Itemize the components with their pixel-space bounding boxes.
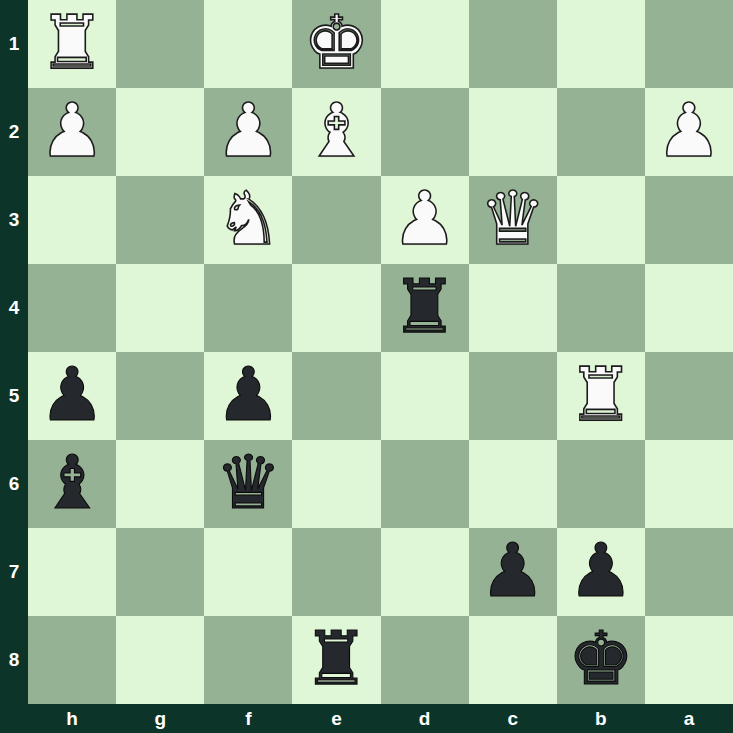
square-h2[interactable]: ♟ bbox=[28, 88, 116, 176]
square-d7[interactable] bbox=[381, 528, 469, 616]
black-queen-f6[interactable]: ♛ bbox=[215, 445, 281, 519]
square-d5[interactable] bbox=[381, 352, 469, 440]
file-label-h: h bbox=[28, 704, 116, 733]
square-f5[interactable]: ♟ bbox=[204, 352, 292, 440]
square-d1[interactable] bbox=[381, 0, 469, 88]
black-rook-e8[interactable]: ♜ bbox=[303, 621, 369, 695]
square-c3[interactable]: ♛ bbox=[469, 176, 557, 264]
square-d2[interactable] bbox=[381, 88, 469, 176]
square-g5[interactable] bbox=[116, 352, 204, 440]
white-knight-f3[interactable]: ♞ bbox=[215, 181, 281, 255]
square-h8[interactable] bbox=[28, 616, 116, 704]
square-c1[interactable] bbox=[469, 0, 557, 88]
square-a6[interactable] bbox=[645, 440, 733, 528]
black-pawn-c7[interactable]: ♟ bbox=[480, 533, 546, 607]
square-b5[interactable]: ♜ bbox=[557, 352, 645, 440]
file-label-e: e bbox=[292, 704, 380, 733]
square-h5[interactable]: ♟ bbox=[28, 352, 116, 440]
black-pawn-f5[interactable]: ♟ bbox=[215, 357, 281, 431]
square-h6[interactable]: ♝ bbox=[28, 440, 116, 528]
square-a7[interactable] bbox=[645, 528, 733, 616]
rank-label-2: 2 bbox=[0, 88, 28, 176]
square-g1[interactable] bbox=[116, 0, 204, 88]
square-g8[interactable] bbox=[116, 616, 204, 704]
rank-label-3: 3 bbox=[0, 176, 28, 264]
square-h4[interactable] bbox=[28, 264, 116, 352]
square-b6[interactable] bbox=[557, 440, 645, 528]
square-g3[interactable] bbox=[116, 176, 204, 264]
rank-label-4: 4 bbox=[0, 264, 28, 352]
file-label-c: c bbox=[469, 704, 557, 733]
square-b3[interactable] bbox=[557, 176, 645, 264]
square-c5[interactable] bbox=[469, 352, 557, 440]
square-f6[interactable]: ♛ bbox=[204, 440, 292, 528]
rank-label-1: 1 bbox=[0, 0, 28, 88]
white-queen-c3[interactable]: ♛ bbox=[480, 181, 546, 255]
white-king-e1[interactable]: ♚ bbox=[303, 5, 369, 79]
white-pawn-f2[interactable]: ♟ bbox=[215, 93, 281, 167]
black-pawn-b7[interactable]: ♟ bbox=[568, 533, 634, 607]
square-b2[interactable] bbox=[557, 88, 645, 176]
chess-board: 1♜♚2♟♟♝♟3♞♟♛4♜5♟♟♜6♝♛7♟♟8♜♚hgfedcba bbox=[0, 0, 733, 733]
rank-label-8: 8 bbox=[0, 616, 28, 704]
square-d8[interactable] bbox=[381, 616, 469, 704]
square-g7[interactable] bbox=[116, 528, 204, 616]
square-c7[interactable]: ♟ bbox=[469, 528, 557, 616]
square-f3[interactable]: ♞ bbox=[204, 176, 292, 264]
square-f1[interactable] bbox=[204, 0, 292, 88]
square-a5[interactable] bbox=[645, 352, 733, 440]
black-king-b8[interactable]: ♚ bbox=[568, 621, 634, 695]
square-f2[interactable]: ♟ bbox=[204, 88, 292, 176]
square-f7[interactable] bbox=[204, 528, 292, 616]
white-rook-h1[interactable]: ♜ bbox=[39, 5, 105, 79]
rank-label-7: 7 bbox=[0, 528, 28, 616]
square-g6[interactable] bbox=[116, 440, 204, 528]
square-c4[interactable] bbox=[469, 264, 557, 352]
square-c2[interactable] bbox=[469, 88, 557, 176]
file-label-d: d bbox=[381, 704, 469, 733]
rank-label-5: 5 bbox=[0, 352, 28, 440]
square-e5[interactable] bbox=[292, 352, 380, 440]
square-b8[interactable]: ♚ bbox=[557, 616, 645, 704]
square-f8[interactable] bbox=[204, 616, 292, 704]
square-e7[interactable] bbox=[292, 528, 380, 616]
square-e6[interactable] bbox=[292, 440, 380, 528]
file-label-g: g bbox=[116, 704, 204, 733]
board-corner bbox=[0, 704, 28, 733]
white-pawn-a2[interactable]: ♟ bbox=[656, 93, 722, 167]
square-a3[interactable] bbox=[645, 176, 733, 264]
square-c6[interactable] bbox=[469, 440, 557, 528]
square-b1[interactable] bbox=[557, 0, 645, 88]
square-h3[interactable] bbox=[28, 176, 116, 264]
square-e3[interactable] bbox=[292, 176, 380, 264]
square-d3[interactable]: ♟ bbox=[381, 176, 469, 264]
file-label-a: a bbox=[645, 704, 733, 733]
file-label-b: b bbox=[557, 704, 645, 733]
square-e8[interactable]: ♜ bbox=[292, 616, 380, 704]
square-b7[interactable]: ♟ bbox=[557, 528, 645, 616]
square-d6[interactable] bbox=[381, 440, 469, 528]
square-f4[interactable] bbox=[204, 264, 292, 352]
black-bishop-h6[interactable]: ♝ bbox=[39, 445, 105, 519]
square-c8[interactable] bbox=[469, 616, 557, 704]
square-a8[interactable] bbox=[645, 616, 733, 704]
square-a2[interactable]: ♟ bbox=[645, 88, 733, 176]
black-pawn-h5[interactable]: ♟ bbox=[39, 357, 105, 431]
square-g4[interactable] bbox=[116, 264, 204, 352]
file-label-f: f bbox=[204, 704, 292, 733]
white-pawn-d3[interactable]: ♟ bbox=[391, 181, 457, 255]
square-a4[interactable] bbox=[645, 264, 733, 352]
square-e2[interactable]: ♝ bbox=[292, 88, 380, 176]
square-d4[interactable]: ♜ bbox=[381, 264, 469, 352]
white-rook-b5[interactable]: ♜ bbox=[568, 357, 634, 431]
square-a1[interactable] bbox=[645, 0, 733, 88]
square-h1[interactable]: ♜ bbox=[28, 0, 116, 88]
white-pawn-h2[interactable]: ♟ bbox=[39, 93, 105, 167]
square-h7[interactable] bbox=[28, 528, 116, 616]
square-e1[interactable]: ♚ bbox=[292, 0, 380, 88]
square-g2[interactable] bbox=[116, 88, 204, 176]
square-b4[interactable] bbox=[557, 264, 645, 352]
white-bishop-e2[interactable]: ♝ bbox=[303, 93, 369, 167]
rank-label-6: 6 bbox=[0, 440, 28, 528]
black-rook-d4[interactable]: ♜ bbox=[391, 269, 457, 343]
square-e4[interactable] bbox=[292, 264, 380, 352]
